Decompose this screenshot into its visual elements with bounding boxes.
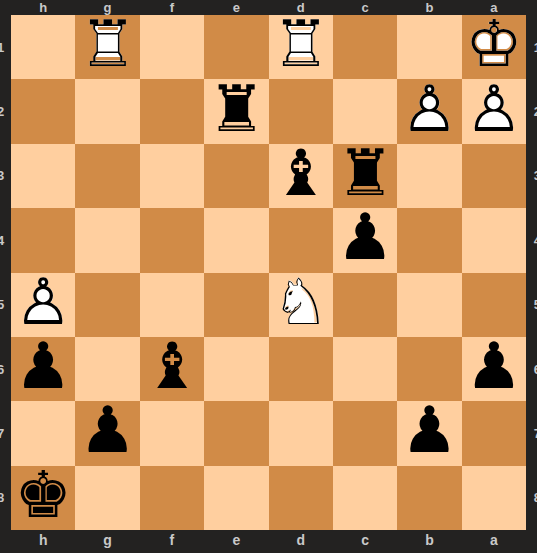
square-g6[interactable]: [75, 337, 139, 401]
square-d6[interactable]: [269, 337, 333, 401]
square-a6[interactable]: ♟: [462, 337, 526, 401]
black-rook-glyph: ♜: [333, 141, 397, 205]
square-h1[interactable]: [11, 15, 75, 79]
black-rook-glyph: ♜: [204, 76, 268, 140]
square-b8[interactable]: [397, 466, 461, 530]
file-label-top-e: e: [204, 0, 268, 15]
rank-label-left-2: 2: [0, 79, 8, 143]
square-g5[interactable]: [75, 273, 139, 337]
square-b3[interactable]: [397, 144, 461, 208]
square-c4[interactable]: ♟: [333, 208, 397, 272]
file-label-bottom-f: f: [140, 530, 204, 553]
rank-label-left-8: 8: [0, 466, 8, 530]
square-e4[interactable]: [204, 208, 268, 272]
piece-black-rook[interactable]: ♜: [204, 79, 268, 143]
square-c6[interactable]: [333, 337, 397, 401]
square-b1[interactable]: [397, 15, 461, 79]
white-pawn-outline-glyph: ♙: [462, 76, 526, 140]
square-e3[interactable]: [204, 144, 268, 208]
square-h6[interactable]: ♟: [11, 337, 75, 401]
white-pawn-outline-glyph: ♙: [397, 76, 461, 140]
square-f7[interactable]: [140, 401, 204, 465]
rank-label-right-7: 7: [530, 401, 537, 465]
rank-label-right-3: 3: [530, 144, 537, 208]
piece-black-pawn[interactable]: ♟: [333, 208, 397, 272]
piece-white-knight[interactable]: ♞♘: [269, 273, 333, 337]
board-frame: hgfedcba 12345678 ♜♖♜♖♚♔♜♟♙♟♙♝♜♟♟♙♞♘♟♝♟♟…: [0, 0, 537, 553]
square-e8[interactable]: [204, 466, 268, 530]
square-f6[interactable]: ♝: [140, 337, 204, 401]
chess-board[interactable]: ♜♖♜♖♚♔♜♟♙♟♙♝♜♟♟♙♞♘♟♝♟♟♟♚: [11, 15, 526, 530]
file-label-bottom-e: e: [204, 530, 268, 553]
rank-label-right-1: 1: [530, 15, 537, 79]
piece-black-bishop[interactable]: ♝: [269, 144, 333, 208]
square-f4[interactable]: [140, 208, 204, 272]
black-pawn-glyph: ♟: [11, 334, 75, 398]
piece-white-king[interactable]: ♚♔: [462, 15, 526, 79]
piece-white-pawn[interactable]: ♟♙: [11, 273, 75, 337]
square-b2[interactable]: ♟♙: [397, 79, 461, 143]
rank-label-left-7: 7: [0, 401, 8, 465]
white-pawn-outline-glyph: ♙: [11, 270, 75, 334]
file-label-bottom-d: d: [269, 530, 333, 553]
file-label-bottom-c: c: [333, 530, 397, 553]
white-rook-outline-glyph: ♖: [75, 12, 139, 76]
square-f8[interactable]: [140, 466, 204, 530]
black-pawn-glyph: ♟: [75, 398, 139, 462]
file-label-top-f: f: [140, 0, 204, 15]
square-g1[interactable]: ♜♖: [75, 15, 139, 79]
rank-label-right-2: 2: [530, 79, 537, 143]
square-g2[interactable]: [75, 79, 139, 143]
square-e6[interactable]: [204, 337, 268, 401]
square-h4[interactable]: [11, 208, 75, 272]
file-label-top-h: h: [11, 0, 75, 15]
piece-black-pawn[interactable]: ♟: [11, 337, 75, 401]
rank-label-right-8: 8: [530, 466, 537, 530]
square-a4[interactable]: [462, 208, 526, 272]
square-g7[interactable]: ♟: [75, 401, 139, 465]
white-king-outline-glyph: ♔: [462, 12, 526, 76]
rank-label-left-3: 3: [0, 144, 8, 208]
square-a5[interactable]: [462, 273, 526, 337]
square-d5[interactable]: ♞♘: [269, 273, 333, 337]
piece-white-pawn[interactable]: ♟♙: [462, 79, 526, 143]
file-labels-bottom: hgfedcba: [11, 530, 526, 553]
square-h7[interactable]: [11, 401, 75, 465]
black-pawn-glyph: ♟: [397, 398, 461, 462]
square-e2[interactable]: ♜: [204, 79, 268, 143]
square-a1[interactable]: ♚♔: [462, 15, 526, 79]
file-label-bottom-g: g: [75, 530, 139, 553]
square-h5[interactable]: ♟♙: [11, 273, 75, 337]
black-bishop-glyph: ♝: [269, 141, 333, 205]
rank-labels-left: 12345678: [0, 15, 11, 530]
rank-label-left-5: 5: [0, 273, 8, 337]
piece-black-pawn[interactable]: ♟: [397, 401, 461, 465]
square-g3[interactable]: [75, 144, 139, 208]
square-b7[interactable]: ♟: [397, 401, 461, 465]
square-e7[interactable]: [204, 401, 268, 465]
square-d2[interactable]: [269, 79, 333, 143]
square-b4[interactable]: [397, 208, 461, 272]
square-f1[interactable]: [140, 15, 204, 79]
file-label-top-c: c: [333, 0, 397, 15]
piece-black-pawn[interactable]: ♟: [75, 401, 139, 465]
square-d4[interactable]: [269, 208, 333, 272]
black-king-glyph: ♚: [11, 463, 75, 527]
square-a8[interactable]: [462, 466, 526, 530]
square-h3[interactable]: [11, 144, 75, 208]
black-pawn-glyph: ♟: [333, 205, 397, 269]
square-a3[interactable]: [462, 144, 526, 208]
square-a7[interactable]: [462, 401, 526, 465]
square-b6[interactable]: [397, 337, 461, 401]
piece-black-king[interactable]: ♚: [11, 466, 75, 530]
square-g8[interactable]: [75, 466, 139, 530]
piece-white-pawn[interactable]: ♟♙: [397, 79, 461, 143]
square-d8[interactable]: [269, 466, 333, 530]
white-knight-outline-glyph: ♘: [269, 270, 333, 334]
square-f5[interactable]: [140, 273, 204, 337]
white-rook-outline-glyph: ♖: [269, 12, 333, 76]
rank-label-right-6: 6: [530, 337, 537, 401]
rank-label-right-4: 4: [530, 208, 537, 272]
square-d7[interactable]: [269, 401, 333, 465]
square-b5[interactable]: [397, 273, 461, 337]
black-pawn-glyph: ♟: [462, 334, 526, 398]
square-c3[interactable]: ♜: [333, 144, 397, 208]
square-a2[interactable]: ♟♙: [462, 79, 526, 143]
rank-label-left-4: 4: [0, 208, 8, 272]
piece-black-pawn[interactable]: ♟: [462, 337, 526, 401]
file-label-bottom-b: b: [397, 530, 461, 553]
rank-label-right-5: 5: [530, 273, 537, 337]
square-g4[interactable]: [75, 208, 139, 272]
piece-black-bishop[interactable]: ♝: [140, 337, 204, 401]
square-d3[interactable]: ♝: [269, 144, 333, 208]
square-c8[interactable]: [333, 466, 397, 530]
square-e5[interactable]: [204, 273, 268, 337]
square-c7[interactable]: [333, 401, 397, 465]
piece-white-rook[interactable]: ♜♖: [269, 15, 333, 79]
piece-black-rook[interactable]: ♜: [333, 144, 397, 208]
square-f2[interactable]: [140, 79, 204, 143]
square-c2[interactable]: [333, 79, 397, 143]
square-h2[interactable]: [11, 79, 75, 143]
rank-labels-right: 12345678: [526, 15, 537, 530]
square-d1[interactable]: ♜♖: [269, 15, 333, 79]
square-h8[interactable]: ♚: [11, 466, 75, 530]
black-bishop-glyph: ♝: [140, 334, 204, 398]
file-label-bottom-a: a: [462, 530, 526, 553]
square-e1[interactable]: [204, 15, 268, 79]
square-c1[interactable]: [333, 15, 397, 79]
square-f3[interactable]: [140, 144, 204, 208]
piece-white-rook[interactable]: ♜♖: [75, 15, 139, 79]
square-c5[interactable]: [333, 273, 397, 337]
file-label-bottom-h: h: [11, 530, 75, 553]
rank-label-left-1: 1: [0, 15, 8, 79]
file-label-top-b: b: [397, 0, 461, 15]
rank-label-left-6: 6: [0, 337, 8, 401]
